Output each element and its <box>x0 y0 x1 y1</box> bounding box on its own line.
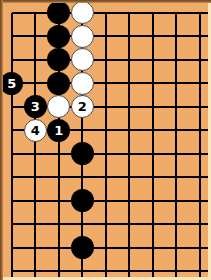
intersection-c2-r6[interactable]: 4 <box>24 119 48 143</box>
intersection-c6-r5[interactable] <box>118 95 142 119</box>
white-stone <box>71 72 94 95</box>
intersection-c3-r8[interactable] <box>47 166 71 190</box>
intersection-c4-r5[interactable]: 2 <box>71 95 95 119</box>
intersection-c5-r5[interactable] <box>94 95 118 119</box>
white-stone <box>47 95 70 118</box>
black-stone <box>47 48 70 71</box>
board-edge-left <box>0 0 3 280</box>
intersection-c3-r5[interactable] <box>47 95 71 119</box>
intersection-c3-r10[interactable] <box>47 213 71 237</box>
intersection-c2-r2[interactable] <box>24 25 48 49</box>
intersection-c1-r2[interactable] <box>0 25 24 49</box>
intersection-c7-r4[interactable] <box>141 72 165 96</box>
intersection-c4-r7[interactable] <box>71 142 95 166</box>
intersection-c2-r1[interactable] <box>24 1 48 25</box>
intersection-c5-r9[interactable] <box>94 189 118 213</box>
intersection-c3-r1[interactable] <box>47 1 71 25</box>
intersection-c1-r7[interactable] <box>0 142 24 166</box>
black-stone <box>71 236 94 259</box>
intersection-c1-r1[interactable] <box>0 1 24 25</box>
intersection-c1-r10[interactable] <box>0 213 24 237</box>
intersection-c8-r10[interactable] <box>165 213 189 237</box>
intersection-c5-r11[interactable] <box>94 236 118 260</box>
intersection-c4-r4[interactable] <box>71 72 95 96</box>
black-stone <box>71 189 94 212</box>
intersection-c4-r10[interactable] <box>71 213 95 237</box>
intersection-c5-r3[interactable] <box>94 48 118 72</box>
go-board[interactable]: 53241 <box>0 0 211 280</box>
intersection-c6-r11[interactable] <box>118 236 142 260</box>
intersection-c2-r11[interactable] <box>24 236 48 260</box>
intersection-c6-r3[interactable] <box>118 48 142 72</box>
intersection-c5-r8[interactable] <box>94 166 118 190</box>
intersection-c2-r7[interactable] <box>24 142 48 166</box>
intersection-c2-r10[interactable] <box>24 213 48 237</box>
intersection-c6-r2[interactable] <box>118 25 142 49</box>
intersection-c3-r4[interactable] <box>47 72 71 96</box>
black-stone-move-3: 3 <box>24 95 47 118</box>
intersection-c1-r4[interactable]: 5 <box>0 72 24 96</box>
intersection-c6-r4[interactable] <box>118 72 142 96</box>
board-edge-top <box>0 0 211 3</box>
board-grid: 53241 <box>0 1 211 280</box>
intersection-c4-r9[interactable] <box>71 189 95 213</box>
intersection-c3-r9[interactable] <box>47 189 71 213</box>
intersection-c1-r5[interactable] <box>0 95 24 119</box>
intersection-c5-r4[interactable] <box>94 72 118 96</box>
intersection-c3-r6[interactable]: 1 <box>47 119 71 143</box>
intersection-c2-r8[interactable] <box>24 166 48 190</box>
intersection-c8-r2[interactable] <box>165 25 189 49</box>
intersection-c4-r11[interactable] <box>71 236 95 260</box>
intersection-c6-r8[interactable] <box>118 166 142 190</box>
intersection-c7-r6[interactable] <box>141 119 165 143</box>
intersection-c3-r7[interactable] <box>47 142 71 166</box>
intersection-c7-r2[interactable] <box>141 25 165 49</box>
intersection-c3-r2[interactable] <box>47 25 71 49</box>
intersection-c8-r7[interactable] <box>165 142 189 166</box>
intersection-c4-r1[interactable] <box>71 1 95 25</box>
white-stone-move-2: 2 <box>71 95 94 118</box>
white-stone <box>71 25 94 48</box>
intersection-c5-r7[interactable] <box>94 142 118 166</box>
intersection-c1-r11[interactable] <box>0 236 24 260</box>
black-stone <box>47 1 70 24</box>
intersection-c8-r1[interactable] <box>165 1 189 25</box>
intersection-c1-r9[interactable] <box>0 189 24 213</box>
intersection-c6-r9[interactable] <box>118 189 142 213</box>
intersection-c8-r5[interactable] <box>165 95 189 119</box>
black-stone-move-1: 1 <box>47 119 70 142</box>
intersection-c5-r2[interactable] <box>94 25 118 49</box>
intersection-c2-r4[interactable] <box>24 72 48 96</box>
intersection-c8-r9[interactable] <box>165 189 189 213</box>
intersection-c7-r9[interactable] <box>141 189 165 213</box>
intersection-c5-r10[interactable] <box>94 213 118 237</box>
white-stone <box>71 48 94 71</box>
intersection-c6-r6[interactable] <box>118 119 142 143</box>
intersection-c6-r7[interactable] <box>118 142 142 166</box>
intersection-c7-r3[interactable] <box>141 48 165 72</box>
intersection-c6-r10[interactable] <box>118 213 142 237</box>
intersection-c3-r11[interactable] <box>47 236 71 260</box>
intersection-c2-r5[interactable]: 3 <box>24 95 48 119</box>
intersection-c4-r6[interactable] <box>71 119 95 143</box>
intersection-c8-r6[interactable] <box>165 119 189 143</box>
intersection-c8-r8[interactable] <box>165 166 189 190</box>
image-cut-edge-right <box>208 0 211 280</box>
intersection-c2-r3[interactable] <box>24 48 48 72</box>
intersection-c7-r1[interactable] <box>141 1 165 25</box>
intersection-c4-r3[interactable] <box>71 48 95 72</box>
intersection-c4-r8[interactable] <box>71 166 95 190</box>
intersection-c4-r2[interactable] <box>71 25 95 49</box>
black-stone <box>47 25 70 48</box>
intersection-c5-r1[interactable] <box>94 1 118 25</box>
intersection-c8-r3[interactable] <box>165 48 189 72</box>
intersection-c8-r4[interactable] <box>165 72 189 96</box>
white-stone-move-4: 4 <box>24 119 47 142</box>
intersection-c1-r8[interactable] <box>0 166 24 190</box>
intersection-c1-r6[interactable] <box>0 119 24 143</box>
intersection-c1-r3[interactable] <box>0 48 24 72</box>
black-stone-move-5: 5 <box>0 72 23 95</box>
intersection-c7-r7[interactable] <box>141 142 165 166</box>
intersection-c2-r9[interactable] <box>24 189 48 213</box>
black-stone <box>71 142 94 165</box>
intersection-c5-r6[interactable] <box>94 119 118 143</box>
intersection-c7-r10[interactable] <box>141 213 165 237</box>
intersection-c7-r11[interactable] <box>141 236 165 260</box>
intersection-c7-r8[interactable] <box>141 166 165 190</box>
black-stone <box>47 72 70 95</box>
intersection-c3-r3[interactable] <box>47 48 71 72</box>
intersection-c8-r11[interactable] <box>165 236 189 260</box>
white-stone <box>71 1 94 24</box>
intersection-c7-r5[interactable] <box>141 95 165 119</box>
intersection-c6-r1[interactable] <box>118 1 142 25</box>
